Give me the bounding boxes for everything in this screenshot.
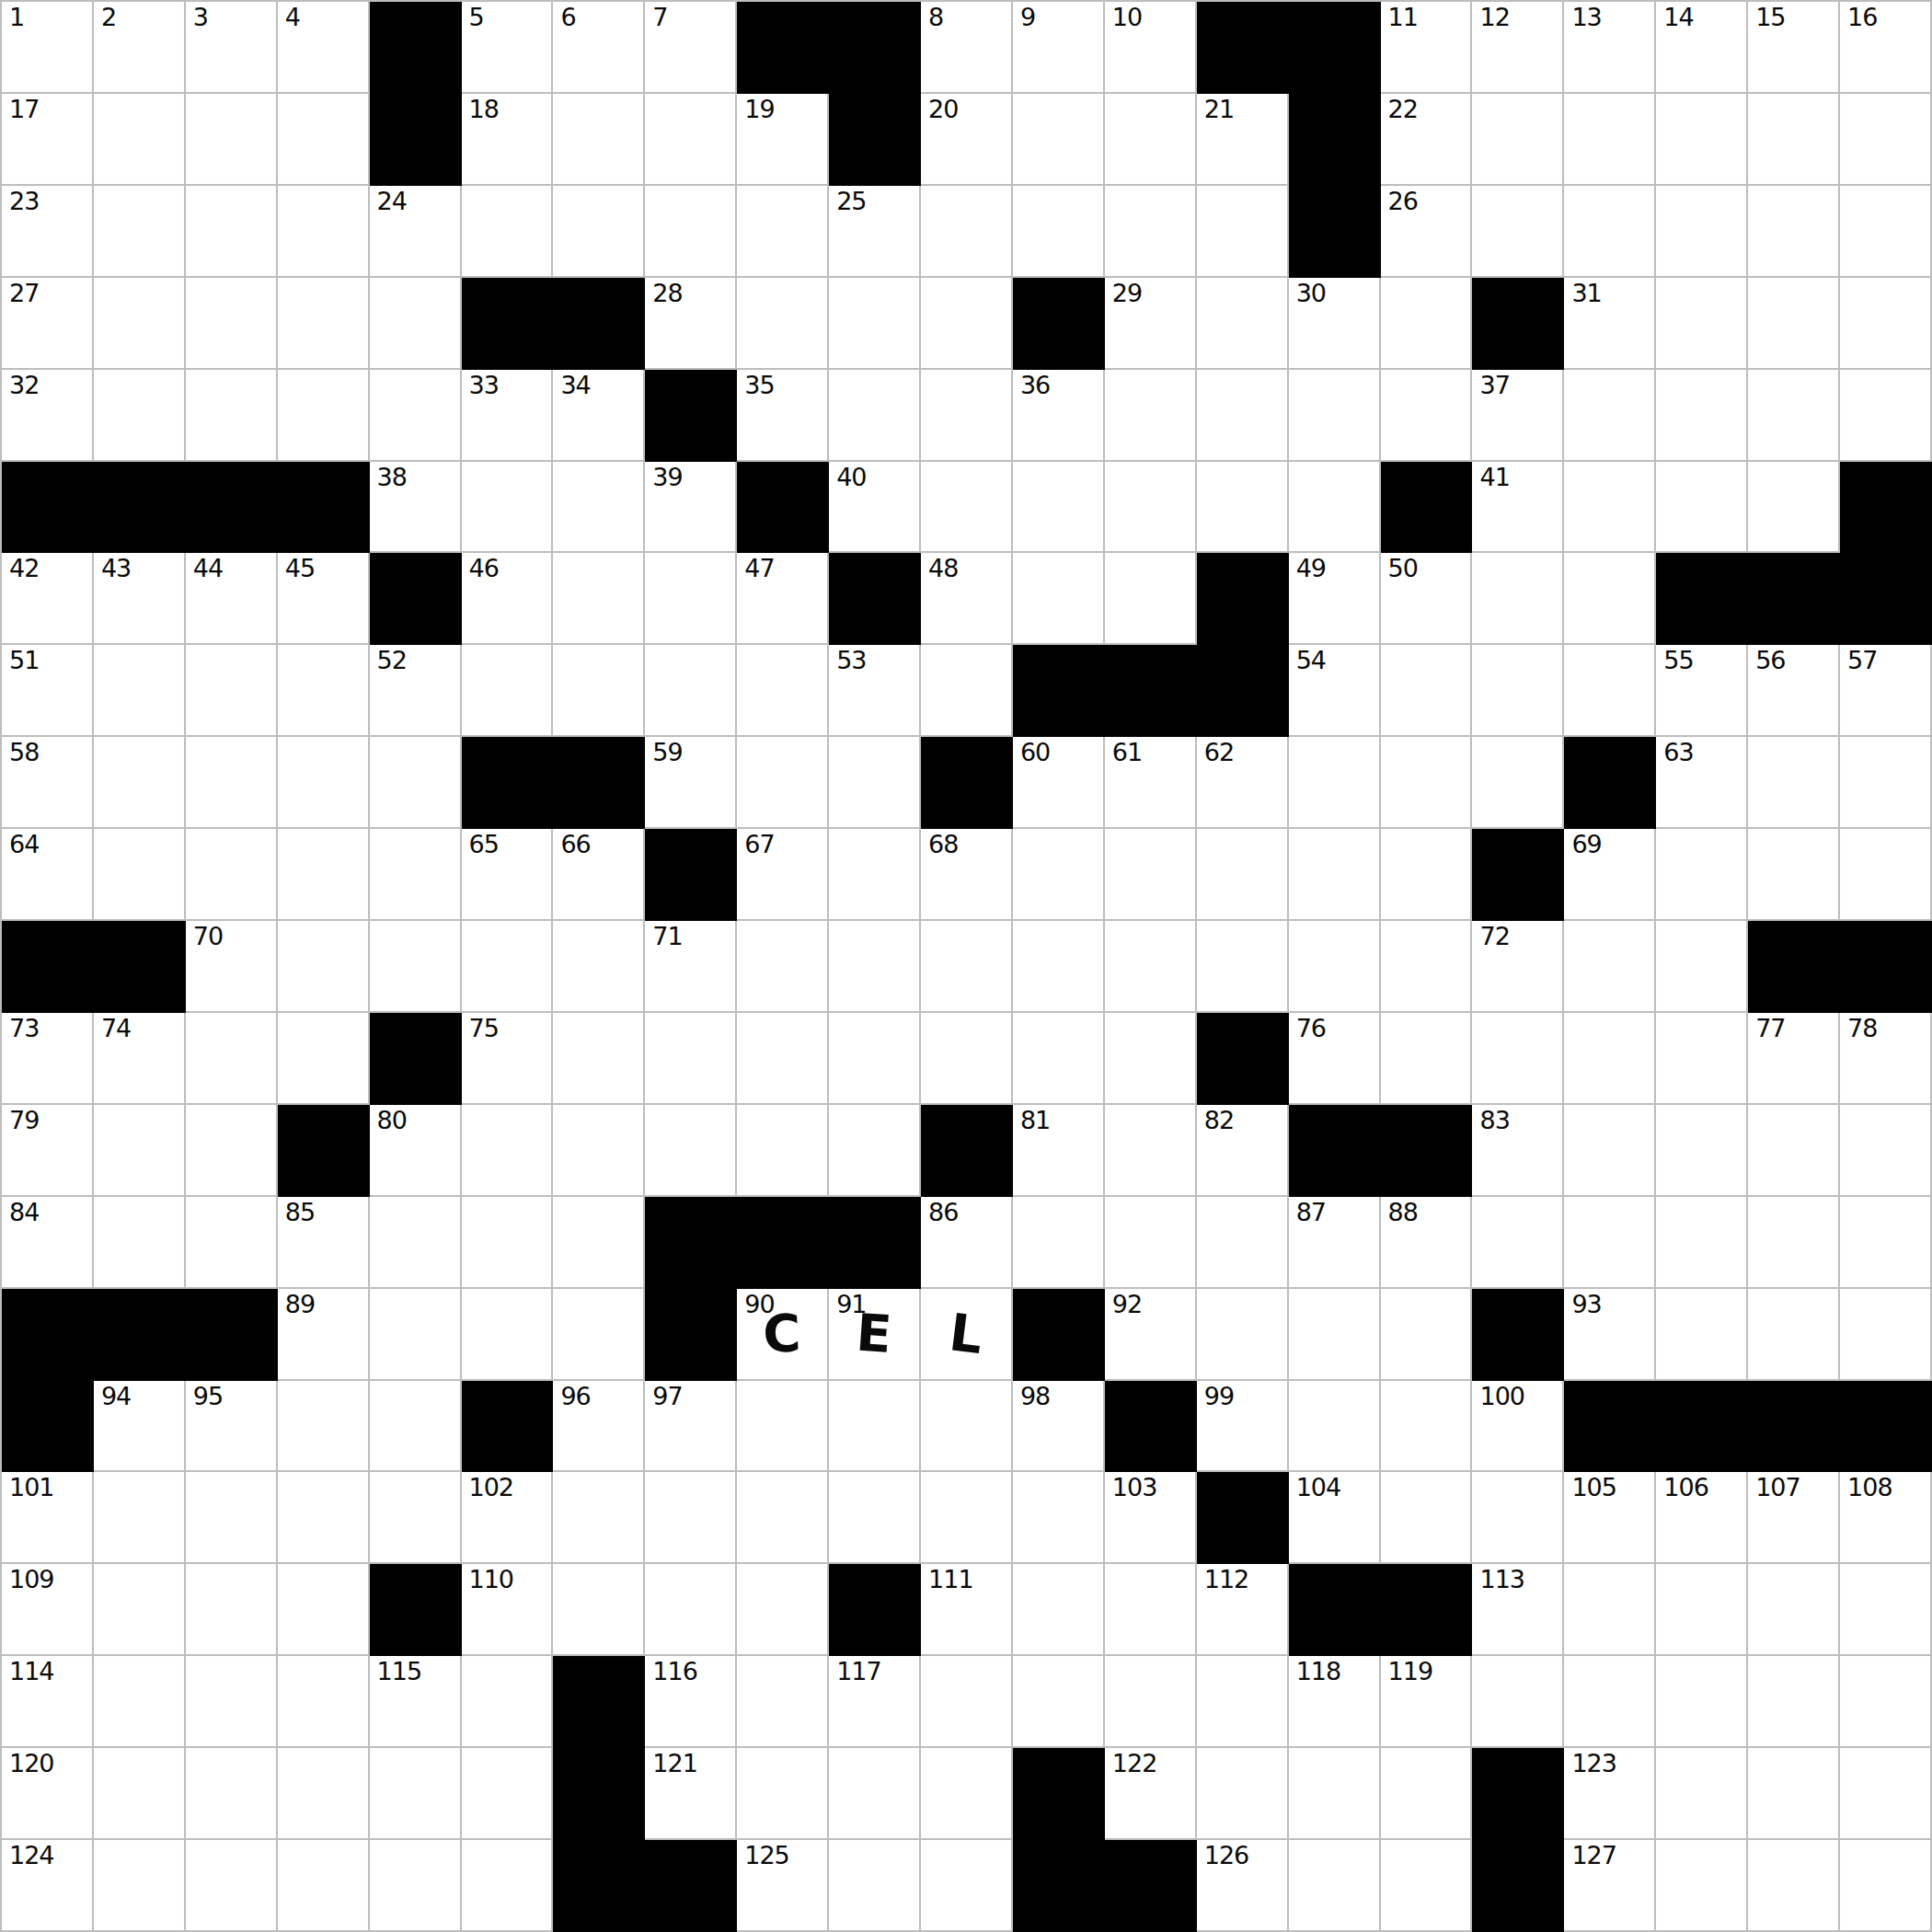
cell[interactable]: 34 [553,370,645,462]
cell[interactable]: 41 [1472,462,1564,554]
cell[interactable] [186,829,278,921]
cell[interactable] [1013,553,1105,645]
cell[interactable] [278,1472,370,1564]
cell[interactable] [94,1840,186,1932]
cell[interactable] [1564,1105,1656,1197]
cell[interactable] [645,1013,737,1105]
cell[interactable] [829,370,921,462]
cell[interactable] [1197,1656,1289,1748]
cell[interactable]: 11 [1381,2,1473,94]
cell[interactable] [829,737,921,829]
cell[interactable]: 92 [1105,1289,1197,1381]
cell[interactable] [1840,829,1932,921]
cell[interactable]: 45 [278,553,370,645]
cell[interactable] [553,921,645,1013]
cell[interactable]: 93 [1564,1289,1656,1381]
cell[interactable]: 127 [1564,1840,1656,1932]
cell[interactable]: 18 [462,94,554,186]
cell[interactable]: 29 [1105,278,1197,370]
cell[interactable]: L [921,1289,1013,1381]
cell[interactable] [278,737,370,829]
cell[interactable] [1197,1748,1289,1840]
cell[interactable] [278,186,370,278]
cell[interactable] [1564,553,1656,645]
cell[interactable] [737,1105,829,1197]
cell[interactable]: 122 [1105,1748,1197,1840]
cell[interactable] [370,1748,462,1840]
cell[interactable]: 54 [1289,645,1381,737]
cell[interactable] [278,370,370,462]
cell[interactable] [94,1656,186,1748]
cell[interactable] [645,553,737,645]
cell[interactable] [186,94,278,186]
cell[interactable] [553,186,645,278]
cell[interactable] [553,462,645,554]
cell[interactable]: 99 [1197,1381,1289,1473]
cell[interactable] [1656,462,1748,554]
cell[interactable] [186,1656,278,1748]
cell[interactable]: 58 [2,737,94,829]
cell[interactable] [737,921,829,1013]
cell[interactable]: 83 [1472,1105,1564,1197]
cell[interactable] [462,1105,554,1197]
cell[interactable] [829,829,921,921]
cell[interactable] [737,186,829,278]
cell[interactable] [1197,278,1289,370]
cell[interactable] [1381,1748,1473,1840]
cell[interactable] [1656,1013,1748,1105]
cell[interactable] [370,370,462,462]
cell[interactable]: 13 [1564,2,1656,94]
cell[interactable] [737,1472,829,1564]
cell[interactable]: 100 [1472,1381,1564,1473]
cell[interactable] [278,1840,370,1932]
cell[interactable]: 63 [1656,737,1748,829]
cell[interactable] [1472,553,1564,645]
cell[interactable]: 109 [2,1564,94,1656]
cell[interactable]: 68 [921,829,1013,921]
cell[interactable] [278,645,370,737]
cell[interactable] [553,1105,645,1197]
cell[interactable]: 3 [186,2,278,94]
cell[interactable] [370,1472,462,1564]
cell[interactable]: 1 [2,2,94,94]
cell[interactable] [645,1564,737,1656]
cell[interactable] [186,278,278,370]
cell[interactable] [829,921,921,1013]
cell[interactable] [94,1197,186,1289]
cell[interactable] [553,1289,645,1381]
cell[interactable]: 75 [462,1013,554,1105]
cell[interactable] [94,1105,186,1197]
cell[interactable] [829,1105,921,1197]
cell[interactable] [737,1564,829,1656]
cell[interactable]: 101 [2,1472,94,1564]
cell[interactable]: 7 [645,2,737,94]
cell[interactable] [737,1748,829,1840]
cell[interactable]: 55 [1656,645,1748,737]
cell[interactable] [462,1656,554,1748]
cell[interactable]: 70 [186,921,278,1013]
cell[interactable] [186,737,278,829]
cell[interactable]: 82 [1197,1105,1289,1197]
cell[interactable] [1289,737,1381,829]
cell[interactable] [737,1656,829,1748]
cell[interactable] [370,1381,462,1473]
cell[interactable] [921,1748,1013,1840]
cell[interactable]: 79 [2,1105,94,1197]
cell[interactable] [1748,1197,1840,1289]
cell[interactable] [1748,186,1840,278]
cell[interactable]: 123 [1564,1748,1656,1840]
cell[interactable] [1013,1564,1105,1656]
cell[interactable] [921,921,1013,1013]
cell[interactable]: 37 [1472,370,1564,462]
cell[interactable] [737,278,829,370]
cell[interactable]: 23 [2,186,94,278]
cell[interactable] [1748,829,1840,921]
cell[interactable] [1381,829,1473,921]
cell[interactable] [1105,829,1197,921]
cell[interactable] [553,1472,645,1564]
cell[interactable] [1748,1105,1840,1197]
cell[interactable] [462,1197,554,1289]
cell[interactable] [1656,1564,1748,1656]
cell[interactable] [94,829,186,921]
cell[interactable] [462,462,554,554]
cell[interactable] [1748,370,1840,462]
cell[interactable] [1197,1197,1289,1289]
cell[interactable] [1105,462,1197,554]
cell[interactable] [186,645,278,737]
cell[interactable]: 110 [462,1564,554,1656]
cell[interactable] [1197,1289,1289,1381]
cell[interactable]: 125 [737,1840,829,1932]
cell[interactable] [278,278,370,370]
cell[interactable] [1472,1656,1564,1748]
cell[interactable]: 60 [1013,737,1105,829]
cell[interactable] [462,186,554,278]
cell[interactable] [462,921,554,1013]
cell[interactable] [1564,921,1656,1013]
cell[interactable] [94,370,186,462]
cell[interactable] [94,1748,186,1840]
cell[interactable] [737,737,829,829]
cell[interactable] [645,1105,737,1197]
cell[interactable] [1840,278,1932,370]
cell[interactable] [1840,186,1932,278]
cell[interactable]: 114 [2,1656,94,1748]
cell[interactable] [1105,553,1197,645]
cell[interactable] [829,1472,921,1564]
cell[interactable]: 49 [1289,553,1381,645]
cell[interactable] [737,1013,829,1105]
cell[interactable]: 104 [1289,1472,1381,1564]
cell[interactable]: 115 [370,1656,462,1748]
cell[interactable] [186,1840,278,1932]
cell[interactable] [1656,186,1748,278]
cell[interactable]: 33 [462,370,554,462]
cell[interactable]: 65 [462,829,554,921]
cell[interactable] [1656,921,1748,1013]
cell[interactable]: 61 [1105,737,1197,829]
cell[interactable] [94,94,186,186]
cell[interactable] [1472,94,1564,186]
cell[interactable] [370,829,462,921]
cell[interactable] [370,1289,462,1381]
cell[interactable]: 97 [645,1381,737,1473]
cell[interactable]: 76 [1289,1013,1381,1105]
cell[interactable] [1656,1656,1748,1748]
cell[interactable]: 96 [553,1381,645,1473]
cell[interactable] [645,94,737,186]
cell[interactable]: 71 [645,921,737,1013]
cell[interactable]: 46 [462,553,554,645]
cell[interactable] [278,921,370,1013]
cell[interactable] [1013,462,1105,554]
cell[interactable] [921,1381,1013,1473]
cell[interactable]: 25 [829,186,921,278]
cell[interactable] [737,645,829,737]
cell[interactable] [278,1381,370,1473]
cell[interactable] [278,829,370,921]
cell[interactable]: 66 [553,829,645,921]
cell[interactable] [1656,94,1748,186]
cell[interactable] [737,1381,829,1473]
cell[interactable]: 51 [2,645,94,737]
cell[interactable] [1472,1472,1564,1564]
cell[interactable] [1013,829,1105,921]
cell[interactable] [278,94,370,186]
cell[interactable] [462,645,554,737]
cell[interactable]: 5 [462,2,554,94]
cell[interactable]: 84 [2,1197,94,1289]
cell[interactable] [1381,1381,1473,1473]
cell[interactable]: 26 [1381,186,1473,278]
cell[interactable] [1197,462,1289,554]
cell[interactable] [1381,1472,1473,1564]
cell[interactable]: 80 [370,1105,462,1197]
cell[interactable] [1748,1564,1840,1656]
cell[interactable]: 87 [1289,1197,1381,1289]
cell[interactable]: 67 [737,829,829,921]
cell[interactable]: 120 [2,1748,94,1840]
cell[interactable] [1289,1381,1381,1473]
cell[interactable] [1840,1564,1932,1656]
cell[interactable]: 57 [1840,645,1932,737]
cell[interactable] [645,645,737,737]
cell[interactable] [645,186,737,278]
cell[interactable]: 42 [2,553,94,645]
cell[interactable] [553,1197,645,1289]
cell[interactable] [1748,278,1840,370]
cell[interactable] [553,1013,645,1105]
cell[interactable] [553,94,645,186]
cell[interactable] [1840,1197,1932,1289]
cell[interactable]: 47 [737,553,829,645]
cell[interactable]: 111 [921,1564,1013,1656]
cell[interactable] [1013,186,1105,278]
cell[interactable] [186,1564,278,1656]
cell[interactable]: 27 [2,278,94,370]
cell[interactable] [1656,1105,1748,1197]
cell[interactable]: 53 [829,645,921,737]
cell[interactable] [1472,737,1564,829]
cell[interactable]: 85 [278,1197,370,1289]
cell[interactable] [553,645,645,737]
cell[interactable]: 116 [645,1656,737,1748]
cell[interactable]: 4 [278,2,370,94]
cell[interactable]: 43 [94,553,186,645]
cell[interactable] [1748,462,1840,554]
cell[interactable] [921,370,1013,462]
cell[interactable]: 12 [1472,2,1564,94]
cell[interactable]: 31 [1564,278,1656,370]
cell[interactable] [1013,94,1105,186]
cell[interactable] [278,1656,370,1748]
cell[interactable] [1656,1748,1748,1840]
cell[interactable] [1748,1748,1840,1840]
cell[interactable] [829,278,921,370]
cell[interactable]: 113 [1472,1564,1564,1656]
cell[interactable]: 78 [1840,1013,1932,1105]
cell[interactable] [1197,186,1289,278]
cell[interactable]: 9 [1013,2,1105,94]
cell[interactable] [186,1013,278,1105]
cell[interactable]: 72 [1472,921,1564,1013]
cell[interactable]: 22 [1381,94,1473,186]
cell[interactable]: 86 [921,1197,1013,1289]
cell[interactable]: 40 [829,462,921,554]
cell[interactable] [94,645,186,737]
cell[interactable] [278,1013,370,1105]
cell[interactable]: 16 [1840,2,1932,94]
cell[interactable] [1197,370,1289,462]
cell[interactable] [1381,1289,1473,1381]
cell[interactable]: 112 [1197,1564,1289,1656]
cell[interactable]: 6 [553,2,645,94]
cell[interactable] [1840,1289,1932,1381]
cell[interactable] [1013,921,1105,1013]
cell[interactable] [1656,829,1748,921]
cell[interactable]: 50 [1381,553,1473,645]
cell[interactable] [94,1472,186,1564]
cell[interactable]: 62 [1197,737,1289,829]
cell[interactable]: 19 [737,94,829,186]
cell[interactable] [553,553,645,645]
cell[interactable] [370,1840,462,1932]
cell[interactable]: 108 [1840,1472,1932,1564]
cell[interactable] [829,1013,921,1105]
cell[interactable] [829,1748,921,1840]
cell[interactable] [1840,1656,1932,1748]
cell[interactable] [1840,94,1932,186]
cell[interactable]: 2 [94,2,186,94]
cell[interactable]: 105 [1564,1472,1656,1564]
cell[interactable]: 107 [1748,1472,1840,1564]
cell[interactable] [1105,1564,1197,1656]
cell[interactable] [278,1748,370,1840]
cell[interactable]: 24 [370,186,462,278]
cell[interactable]: 15 [1748,2,1840,94]
cell[interactable] [1564,1197,1656,1289]
cell[interactable] [645,1472,737,1564]
cell[interactable] [1840,370,1932,462]
cell[interactable] [1564,186,1656,278]
cell[interactable]: 14 [1656,2,1748,94]
cell[interactable] [1105,1197,1197,1289]
cell[interactable] [1105,1105,1197,1197]
cell[interactable] [94,737,186,829]
cell[interactable] [1289,829,1381,921]
cell[interactable] [1472,1197,1564,1289]
cell[interactable] [1748,1289,1840,1381]
cell[interactable] [1197,829,1289,921]
cell[interactable] [1840,1105,1932,1197]
cell[interactable]: 52 [370,645,462,737]
cell[interactable]: 39 [645,462,737,554]
cell[interactable] [94,278,186,370]
cell[interactable] [186,1748,278,1840]
cell[interactable]: 81 [1013,1105,1105,1197]
cell[interactable]: 89 [278,1289,370,1381]
cell[interactable] [1564,1656,1656,1748]
cell[interactable]: 91E [829,1289,921,1381]
cell[interactable] [1564,645,1656,737]
cell[interactable] [94,1564,186,1656]
cell[interactable] [1381,737,1473,829]
cell[interactable] [921,1013,1013,1105]
cell[interactable]: 38 [370,462,462,554]
cell[interactable] [1197,921,1289,1013]
cell[interactable] [1381,1013,1473,1105]
cell[interactable] [1472,1013,1564,1105]
cell[interactable] [1289,921,1381,1013]
cell[interactable] [1105,186,1197,278]
cell[interactable]: 56 [1748,645,1840,737]
cell[interactable] [921,1656,1013,1748]
cell[interactable]: 95 [186,1381,278,1473]
cell[interactable]: 21 [1197,94,1289,186]
cell[interactable]: 74 [94,1013,186,1105]
cell[interactable]: 32 [2,370,94,462]
cell[interactable] [1472,645,1564,737]
cell[interactable] [1105,1656,1197,1748]
cell[interactable] [1289,1840,1381,1932]
cell[interactable] [1748,1656,1840,1748]
cell[interactable] [462,1289,554,1381]
cell[interactable] [1656,278,1748,370]
cell[interactable] [921,278,1013,370]
cell[interactable] [1564,462,1656,554]
cell[interactable] [1289,1289,1381,1381]
cell[interactable] [94,186,186,278]
cell[interactable] [1656,1197,1748,1289]
cell[interactable] [1289,1748,1381,1840]
cell[interactable] [553,1564,645,1656]
cell[interactable] [921,1840,1013,1932]
cell[interactable] [1748,1840,1840,1932]
cell[interactable] [1748,94,1840,186]
cell[interactable]: 73 [2,1013,94,1105]
cell[interactable] [1564,94,1656,186]
cell[interactable] [1381,921,1473,1013]
cell[interactable]: 118 [1289,1656,1381,1748]
cell[interactable] [186,186,278,278]
cell[interactable] [370,278,462,370]
cell[interactable] [1564,1013,1656,1105]
cell[interactable]: 126 [1197,1840,1289,1932]
